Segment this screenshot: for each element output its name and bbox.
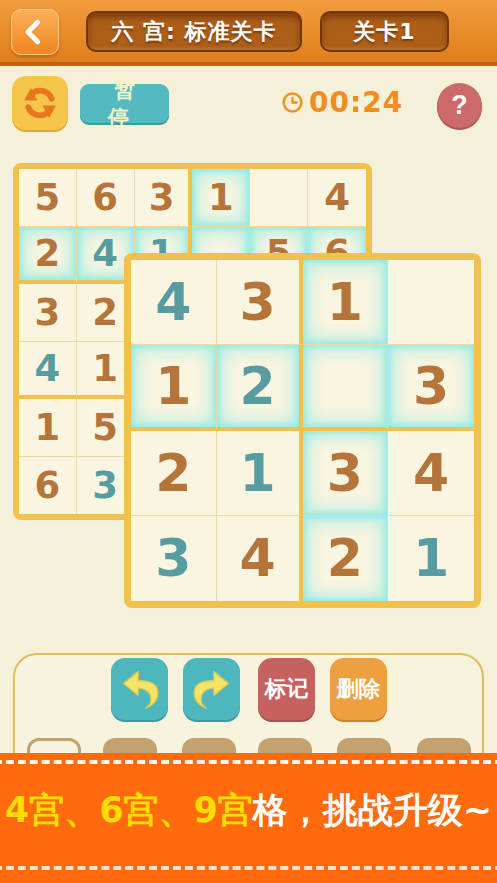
board_4x4-cell-r1c3[interactable]: 1 <box>303 260 389 345</box>
board_6x6-cell-r1c4[interactable]: 1 <box>192 169 250 227</box>
restart-button[interactable] <box>12 76 68 130</box>
board_4x4-cell-r2c3[interactable] <box>303 345 389 430</box>
pause-button[interactable]: 暂停 <box>80 84 169 123</box>
board_4x4-cell-r3c4[interactable]: 4 <box>388 431 474 516</box>
delete-button[interactable]: 删除 <box>330 658 387 720</box>
board_4x4-cell-r4c2[interactable]: 4 <box>217 516 303 601</box>
back-button[interactable] <box>11 9 59 55</box>
board_4x4-cell-r4c3[interactable]: 2 <box>303 516 389 601</box>
refresh-icon <box>20 83 60 123</box>
banner-highlight-text: 4宫、6宫、9宫 <box>5 790 253 830</box>
board_4x4-cell-r1c1[interactable]: 4 <box>131 260 217 345</box>
board_6x6-cell-r1c5[interactable] <box>250 169 308 227</box>
board_4x4-cell-r4c4[interactable]: 1 <box>388 516 474 601</box>
undo-arrow-icon <box>119 667 161 711</box>
board_4x4-cell-r3c3[interactable]: 3 <box>303 431 389 516</box>
clock-icon <box>281 91 304 114</box>
promo-banner: 4宫、6宫、9宫格，挑战升级~ <box>0 753 497 883</box>
board_6x6-cell-r2c1[interactable]: 2 <box>19 227 77 285</box>
board_4x4-cell-r1c2[interactable]: 3 <box>217 260 303 345</box>
undo-button[interactable] <box>111 658 168 720</box>
board_4x4-cell-r1c4[interactable] <box>388 260 474 345</box>
board_4x4-cell-r3c1[interactable]: 2 <box>131 431 217 516</box>
page-title: 六 宫: 标准关卡 <box>86 11 302 52</box>
board_6x6-cell-r4c1[interactable]: 4 <box>19 342 77 400</box>
board_6x6-cell-r1c3[interactable]: 3 <box>135 169 193 227</box>
chevron-left-icon <box>20 17 50 47</box>
board_4x4-cell-r2c4[interactable]: 3 <box>388 345 474 430</box>
redo-button[interactable] <box>183 658 240 720</box>
redo-arrow-icon <box>191 667 233 711</box>
header-bar: 六 宫: 标准关卡 关卡1 <box>0 0 497 66</box>
board-4x4: 43112321343421 <box>124 253 481 608</box>
board_6x6-cell-r6c1[interactable]: 6 <box>19 457 77 515</box>
board_6x6-cell-r1c2[interactable]: 6 <box>77 169 135 227</box>
board_6x6-cell-r5c1[interactable]: 1 <box>19 399 77 457</box>
level-badge: 关卡1 <box>320 11 449 52</box>
board_4x4-cell-r2c2[interactable]: 2 <box>217 345 303 430</box>
board_6x6-cell-r1c1[interactable]: 5 <box>19 169 77 227</box>
board_4x4-cell-r2c1[interactable]: 1 <box>131 345 217 430</box>
banner-rest-text: 格，挑战升级~ <box>253 790 492 830</box>
mark-button[interactable]: 标记 <box>258 658 315 720</box>
board_6x6-cell-r3c1[interactable]: 3 <box>19 284 77 342</box>
timer-value: 00:24 <box>309 86 403 119</box>
board_4x4-cell-r4c1[interactable]: 3 <box>131 516 217 601</box>
help-button[interactable]: ? <box>437 83 482 128</box>
board_6x6-cell-r1c6[interactable]: 4 <box>308 169 366 227</box>
board_4x4-cell-r3c2[interactable]: 1 <box>217 431 303 516</box>
app-screen: 六 宫: 标准关卡 关卡1 暂停 00:24 ? 56314241563241 <box>0 0 497 883</box>
timer: 00:24 <box>281 88 403 116</box>
